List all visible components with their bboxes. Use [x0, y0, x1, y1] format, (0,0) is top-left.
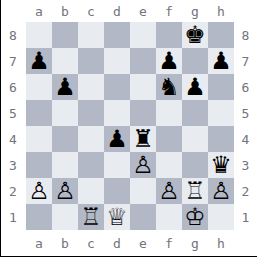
file-labels-bottom: abcdefgh — [26, 230, 234, 256]
square-a6[interactable] — [26, 74, 52, 100]
piece-white-queen: ♕ — [106, 204, 128, 230]
square-d8[interactable] — [104, 22, 130, 48]
square-d4[interactable]: ♟ — [104, 126, 130, 152]
file-label-g: g — [182, 0, 208, 22]
square-g3[interactable] — [182, 152, 208, 178]
piece-white-pawn: ♙ — [28, 178, 50, 204]
square-g6[interactable]: ♟ — [182, 74, 208, 100]
square-h8[interactable] — [208, 22, 234, 48]
file-label-b: b — [52, 230, 78, 256]
file-label-e: e — [130, 230, 156, 256]
chess-diagram: abcdefgh 87654321 ♚♟♟♟♟♞♟♟♜♙♛♙♙♙♖♙♖♕♔ 87… — [0, 0, 257, 257]
square-h2[interactable]: ♙ — [208, 178, 234, 204]
piece-black-pawn: ♟ — [106, 126, 128, 152]
piece-white-rook: ♖ — [184, 178, 206, 204]
square-g8[interactable]: ♚ — [182, 22, 208, 48]
file-label-b: b — [52, 0, 78, 22]
square-c1[interactable]: ♖ — [78, 204, 104, 230]
file-label-a: a — [26, 230, 52, 256]
piece-black-pawn: ♟ — [158, 48, 180, 74]
square-d5[interactable] — [104, 100, 130, 126]
square-e8[interactable] — [130, 22, 156, 48]
square-g2[interactable]: ♖ — [182, 178, 208, 204]
file-label-f: f — [156, 0, 182, 22]
rank-label-2: 2 — [234, 178, 257, 204]
square-e1[interactable] — [130, 204, 156, 230]
square-d2[interactable] — [104, 178, 130, 204]
file-label-c: c — [78, 0, 104, 22]
rank-label-4: 4 — [234, 126, 257, 152]
file-label-g: g — [182, 230, 208, 256]
chess-board: ♚♟♟♟♟♞♟♟♜♙♛♙♙♙♖♙♖♕♔ — [26, 22, 234, 230]
piece-white-pawn: ♙ — [54, 178, 76, 204]
square-f5[interactable] — [156, 100, 182, 126]
rank-label-3: 3 — [234, 152, 257, 178]
piece-black-queen: ♛ — [210, 152, 232, 178]
rank-labels-left: 87654321 — [1, 22, 25, 230]
square-b2[interactable]: ♙ — [52, 178, 78, 204]
file-label-h: h — [208, 230, 234, 256]
square-e2[interactable] — [130, 178, 156, 204]
square-h7[interactable]: ♟ — [208, 48, 234, 74]
rank-label-6: 6 — [234, 74, 257, 100]
square-c3[interactable] — [78, 152, 104, 178]
square-c5[interactable] — [78, 100, 104, 126]
file-label-a: a — [26, 0, 52, 22]
square-g5[interactable] — [182, 100, 208, 126]
square-f1[interactable] — [156, 204, 182, 230]
file-label-e: e — [130, 0, 156, 22]
square-b3[interactable] — [52, 152, 78, 178]
square-c7[interactable] — [78, 48, 104, 74]
square-a8[interactable] — [26, 22, 52, 48]
piece-white-rook: ♖ — [80, 204, 102, 230]
rank-label-2: 2 — [1, 178, 25, 204]
rank-labels-right: 87654321 — [234, 22, 257, 230]
square-f7[interactable]: ♟ — [156, 48, 182, 74]
square-d6[interactable] — [104, 74, 130, 100]
rank-label-5: 5 — [1, 100, 25, 126]
square-g1[interactable]: ♔ — [182, 204, 208, 230]
rank-label-6: 6 — [1, 74, 25, 100]
rank-label-7: 7 — [234, 48, 257, 74]
square-a1[interactable] — [26, 204, 52, 230]
square-a4[interactable] — [26, 126, 52, 152]
square-c6[interactable] — [78, 74, 104, 100]
square-b1[interactable] — [52, 204, 78, 230]
rank-label-5: 5 — [234, 100, 257, 126]
square-d1[interactable]: ♕ — [104, 204, 130, 230]
square-b8[interactable] — [52, 22, 78, 48]
rank-label-1: 1 — [234, 204, 257, 230]
file-label-d: d — [104, 0, 130, 22]
square-g7[interactable] — [182, 48, 208, 74]
piece-white-pawn: ♙ — [210, 178, 232, 204]
square-d3[interactable] — [104, 152, 130, 178]
piece-black-pawn: ♟ — [28, 48, 50, 74]
square-h6[interactable] — [208, 74, 234, 100]
file-label-d: d — [104, 230, 130, 256]
piece-black-pawn: ♟ — [54, 74, 76, 100]
piece-white-king: ♔ — [184, 204, 206, 230]
square-a3[interactable] — [26, 152, 52, 178]
square-h5[interactable] — [208, 100, 234, 126]
square-e7[interactable] — [130, 48, 156, 74]
square-c2[interactable] — [78, 178, 104, 204]
square-e4[interactable]: ♜ — [130, 126, 156, 152]
square-h1[interactable] — [208, 204, 234, 230]
piece-black-knight: ♞ — [158, 74, 180, 100]
file-label-h: h — [208, 0, 234, 22]
square-f6[interactable]: ♞ — [156, 74, 182, 100]
square-g4[interactable] — [182, 126, 208, 152]
file-label-c: c — [78, 230, 104, 256]
square-e5[interactable] — [130, 100, 156, 126]
square-h3[interactable]: ♛ — [208, 152, 234, 178]
rank-label-3: 3 — [1, 152, 25, 178]
square-f2[interactable]: ♙ — [156, 178, 182, 204]
square-d7[interactable] — [104, 48, 130, 74]
square-b7[interactable] — [52, 48, 78, 74]
rank-label-4: 4 — [1, 126, 25, 152]
square-c4[interactable] — [78, 126, 104, 152]
file-labels-top: abcdefgh — [26, 0, 234, 22]
rank-label-7: 7 — [1, 48, 25, 74]
square-a7[interactable]: ♟ — [26, 48, 52, 74]
square-e3[interactable]: ♙ — [130, 152, 156, 178]
square-a2[interactable]: ♙ — [26, 178, 52, 204]
square-f4[interactable] — [156, 126, 182, 152]
piece-black-rook: ♜ — [132, 126, 154, 152]
file-label-f: f — [156, 230, 182, 256]
rank-label-8: 8 — [1, 22, 25, 48]
square-f3[interactable] — [156, 152, 182, 178]
square-a5[interactable] — [26, 100, 52, 126]
square-b5[interactable] — [52, 100, 78, 126]
square-h4[interactable] — [208, 126, 234, 152]
rank-label-1: 1 — [1, 204, 25, 230]
piece-white-pawn: ♙ — [158, 178, 180, 204]
piece-black-king: ♚ — [184, 22, 206, 48]
piece-white-pawn: ♙ — [132, 152, 154, 178]
square-b6[interactable]: ♟ — [52, 74, 78, 100]
piece-black-pawn: ♟ — [184, 74, 206, 100]
rank-label-8: 8 — [234, 22, 257, 48]
piece-black-pawn: ♟ — [210, 48, 232, 74]
square-f8[interactable] — [156, 22, 182, 48]
square-b4[interactable] — [52, 126, 78, 152]
square-c8[interactable] — [78, 22, 104, 48]
square-e6[interactable] — [130, 74, 156, 100]
